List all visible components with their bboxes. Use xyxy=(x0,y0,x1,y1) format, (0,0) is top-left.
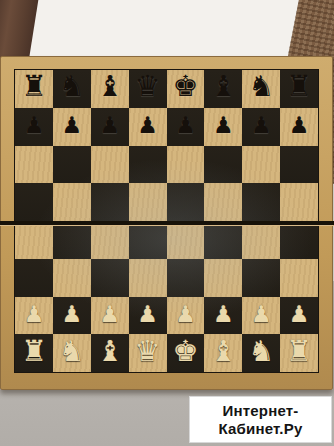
white-bishop: ♝ xyxy=(210,337,236,366)
square-a4[interactable] xyxy=(15,221,53,259)
square-e3[interactable] xyxy=(167,259,205,297)
square-c7[interactable]: ♟ xyxy=(91,108,129,146)
square-b4[interactable] xyxy=(53,221,91,259)
black-king: ♚ xyxy=(172,72,198,101)
square-f6[interactable] xyxy=(204,146,242,184)
square-a3[interactable] xyxy=(15,259,53,297)
square-d7[interactable]: ♟ xyxy=(129,108,167,146)
square-f3[interactable] xyxy=(204,259,242,297)
black-pawn: ♟ xyxy=(24,114,45,137)
square-h4[interactable] xyxy=(280,221,318,259)
white-rook: ♜ xyxy=(21,337,47,366)
square-c1[interactable]: ♝ xyxy=(91,334,129,372)
white-pawn: ♟ xyxy=(251,303,272,326)
square-g7[interactable]: ♟ xyxy=(242,108,280,146)
square-e6[interactable] xyxy=(167,146,205,184)
white-knight: ♞ xyxy=(59,337,85,366)
square-d4[interactable] xyxy=(129,221,167,259)
black-pawn: ♟ xyxy=(175,114,196,137)
white-king: ♚ xyxy=(172,337,198,366)
square-d3[interactable] xyxy=(129,259,167,297)
square-e7[interactable]: ♟ xyxy=(167,108,205,146)
white-rook: ♜ xyxy=(286,337,312,366)
square-a2[interactable]: ♟ xyxy=(15,297,53,335)
white-pawn: ♟ xyxy=(289,303,310,326)
black-pawn: ♟ xyxy=(251,114,272,137)
black-queen: ♛ xyxy=(135,72,161,101)
square-d8[interactable]: ♛ xyxy=(129,70,167,108)
photo-scene: ♜♞♝♛♚♝♞♜♟♟♟♟♟♟♟♟♟♟♟♟♟♟♟♟♜♞♝♛♚♝♞♜ Интерне… xyxy=(0,0,334,446)
square-a7[interactable]: ♟ xyxy=(15,108,53,146)
black-bishop: ♝ xyxy=(210,72,236,101)
square-g1[interactable]: ♞ xyxy=(242,334,280,372)
square-b6[interactable] xyxy=(53,146,91,184)
black-pawn: ♟ xyxy=(289,114,310,137)
square-a5[interactable] xyxy=(15,183,53,221)
white-knight: ♞ xyxy=(248,337,274,366)
square-g8[interactable]: ♞ xyxy=(242,70,280,108)
square-g2[interactable]: ♟ xyxy=(242,297,280,335)
square-c6[interactable] xyxy=(91,146,129,184)
square-f8[interactable]: ♝ xyxy=(204,70,242,108)
square-c2[interactable]: ♟ xyxy=(91,297,129,335)
white-pawn: ♟ xyxy=(175,303,196,326)
square-b7[interactable]: ♟ xyxy=(53,108,91,146)
square-a8[interactable]: ♜ xyxy=(15,70,53,108)
square-g5[interactable] xyxy=(242,183,280,221)
chess-board: ♜♞♝♛♚♝♞♜♟♟♟♟♟♟♟♟♟♟♟♟♟♟♟♟♜♞♝♛♚♝♞♜ xyxy=(0,56,333,390)
square-d2[interactable]: ♟ xyxy=(129,297,167,335)
white-pawn: ♟ xyxy=(137,303,158,326)
square-d1[interactable]: ♛ xyxy=(129,334,167,372)
square-f1[interactable]: ♝ xyxy=(204,334,242,372)
black-pawn: ♟ xyxy=(99,114,120,137)
square-c4[interactable] xyxy=(91,221,129,259)
white-queen: ♛ xyxy=(135,337,161,366)
square-a1[interactable]: ♜ xyxy=(15,334,53,372)
watermark-line2: Кабинет.Ру xyxy=(219,420,303,438)
black-pawn: ♟ xyxy=(213,114,234,137)
square-c5[interactable] xyxy=(91,183,129,221)
square-f2[interactable]: ♟ xyxy=(204,297,242,335)
square-f7[interactable]: ♟ xyxy=(204,108,242,146)
square-e4[interactable] xyxy=(167,221,205,259)
square-b8[interactable]: ♞ xyxy=(53,70,91,108)
square-g3[interactable] xyxy=(242,259,280,297)
white-pawn: ♟ xyxy=(24,303,45,326)
square-b3[interactable] xyxy=(53,259,91,297)
square-d5[interactable] xyxy=(129,183,167,221)
square-h5[interactable] xyxy=(280,183,318,221)
board-fold-seam xyxy=(0,221,334,226)
square-h2[interactable]: ♟ xyxy=(280,297,318,335)
square-h8[interactable]: ♜ xyxy=(280,70,318,108)
square-c8[interactable]: ♝ xyxy=(91,70,129,108)
square-e5[interactable] xyxy=(167,183,205,221)
black-pawn: ♟ xyxy=(137,114,158,137)
square-g4[interactable] xyxy=(242,221,280,259)
square-d6[interactable] xyxy=(129,146,167,184)
square-f5[interactable] xyxy=(204,183,242,221)
white-pawn: ♟ xyxy=(62,303,83,326)
square-h3[interactable] xyxy=(280,259,318,297)
watermark-line1: Интернет- xyxy=(222,402,298,420)
white-pawn: ♟ xyxy=(99,303,120,326)
black-pawn: ♟ xyxy=(62,114,83,137)
square-h1[interactable]: ♜ xyxy=(280,334,318,372)
square-g6[interactable] xyxy=(242,146,280,184)
square-h6[interactable] xyxy=(280,146,318,184)
black-rook: ♜ xyxy=(286,72,312,101)
square-b2[interactable]: ♟ xyxy=(53,297,91,335)
black-rook: ♜ xyxy=(21,72,47,101)
black-knight: ♞ xyxy=(59,72,85,101)
square-c3[interactable] xyxy=(91,259,129,297)
square-e2[interactable]: ♟ xyxy=(167,297,205,335)
white-pawn: ♟ xyxy=(213,303,234,326)
square-a6[interactable] xyxy=(15,146,53,184)
square-h7[interactable]: ♟ xyxy=(280,108,318,146)
black-knight: ♞ xyxy=(248,72,274,101)
white-bishop: ♝ xyxy=(97,337,123,366)
square-e8[interactable]: ♚ xyxy=(167,70,205,108)
square-b5[interactable] xyxy=(53,183,91,221)
square-b1[interactable]: ♞ xyxy=(53,334,91,372)
square-f4[interactable] xyxy=(204,221,242,259)
black-bishop: ♝ xyxy=(97,72,123,101)
watermark: Интернет- Кабинет.Ру xyxy=(189,396,332,443)
square-e1[interactable]: ♚ xyxy=(167,334,205,372)
